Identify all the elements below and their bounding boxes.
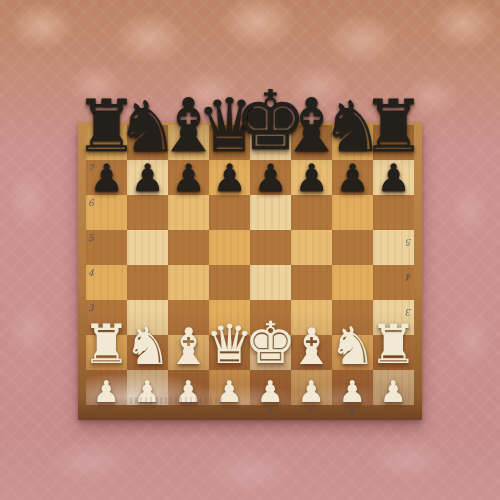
square-h4	[373, 265, 414, 300]
file-label-f: f	[308, 406, 311, 415]
square-h7	[373, 160, 414, 195]
chess-board: ♜♞♝♛♚♝♞♜♟♟♟♟♟♟♟♟♜♞♝♛♚♝♞♜♟♟♟♟♟♟♟♟ 7654354…	[78, 122, 422, 420]
square-g4	[332, 265, 373, 300]
square-h6	[373, 195, 414, 230]
square-g8	[332, 125, 373, 160]
square-d8	[209, 125, 250, 160]
square-f5	[291, 230, 332, 265]
square-h1	[373, 370, 414, 405]
square-a2	[86, 335, 127, 370]
square-f7	[291, 160, 332, 195]
square-b6	[127, 195, 168, 230]
square-d6	[209, 195, 250, 230]
square-h5	[373, 230, 414, 265]
file-label-g: g	[349, 406, 355, 415]
square-g7	[332, 160, 373, 195]
square-g2	[332, 335, 373, 370]
square-e2	[250, 335, 291, 370]
square-e1	[250, 370, 291, 405]
square-c5	[168, 230, 209, 265]
square-f8	[291, 125, 332, 160]
square-a6	[86, 195, 127, 230]
square-h3	[373, 300, 414, 335]
square-c2	[168, 335, 209, 370]
square-f1	[291, 370, 332, 405]
square-b2	[127, 335, 168, 370]
square-g3	[332, 300, 373, 335]
file-label-e: e	[267, 406, 272, 415]
square-d5	[209, 230, 250, 265]
square-e8	[250, 125, 291, 160]
square-h2	[373, 335, 414, 370]
square-b1	[127, 370, 168, 405]
square-d4	[209, 265, 250, 300]
square-a3	[86, 300, 127, 335]
square-a8	[86, 125, 127, 160]
square-c4	[168, 265, 209, 300]
square-d3	[209, 300, 250, 335]
board-squares	[86, 125, 414, 405]
square-e3	[250, 300, 291, 335]
square-h8	[373, 125, 414, 160]
square-f3	[291, 300, 332, 335]
square-d2	[209, 335, 250, 370]
square-a4	[86, 265, 127, 300]
square-a5	[86, 230, 127, 265]
square-a7	[86, 160, 127, 195]
square-b5	[127, 230, 168, 265]
square-b8	[127, 125, 168, 160]
square-b7	[127, 160, 168, 195]
square-b4	[127, 265, 168, 300]
square-f4	[291, 265, 332, 300]
square-e6	[250, 195, 291, 230]
square-c6	[168, 195, 209, 230]
square-d1	[209, 370, 250, 405]
square-e5	[250, 230, 291, 265]
photo-scene: ♜♞♝♛♚♝♞♜♟♟♟♟♟♟♟♟♜♞♝♛♚♝♞♜♟♟♟♟♟♟♟♟ 7654354…	[0, 0, 500, 500]
square-e4	[250, 265, 291, 300]
square-c3	[168, 300, 209, 335]
square-g6	[332, 195, 373, 230]
square-g5	[332, 230, 373, 265]
square-d7	[209, 160, 250, 195]
square-c1	[168, 370, 209, 405]
square-f2	[291, 335, 332, 370]
square-b3	[127, 300, 168, 335]
square-g1	[332, 370, 373, 405]
square-c7	[168, 160, 209, 195]
square-a1	[86, 370, 127, 405]
square-c8	[168, 125, 209, 160]
square-f6	[291, 195, 332, 230]
square-e7	[250, 160, 291, 195]
